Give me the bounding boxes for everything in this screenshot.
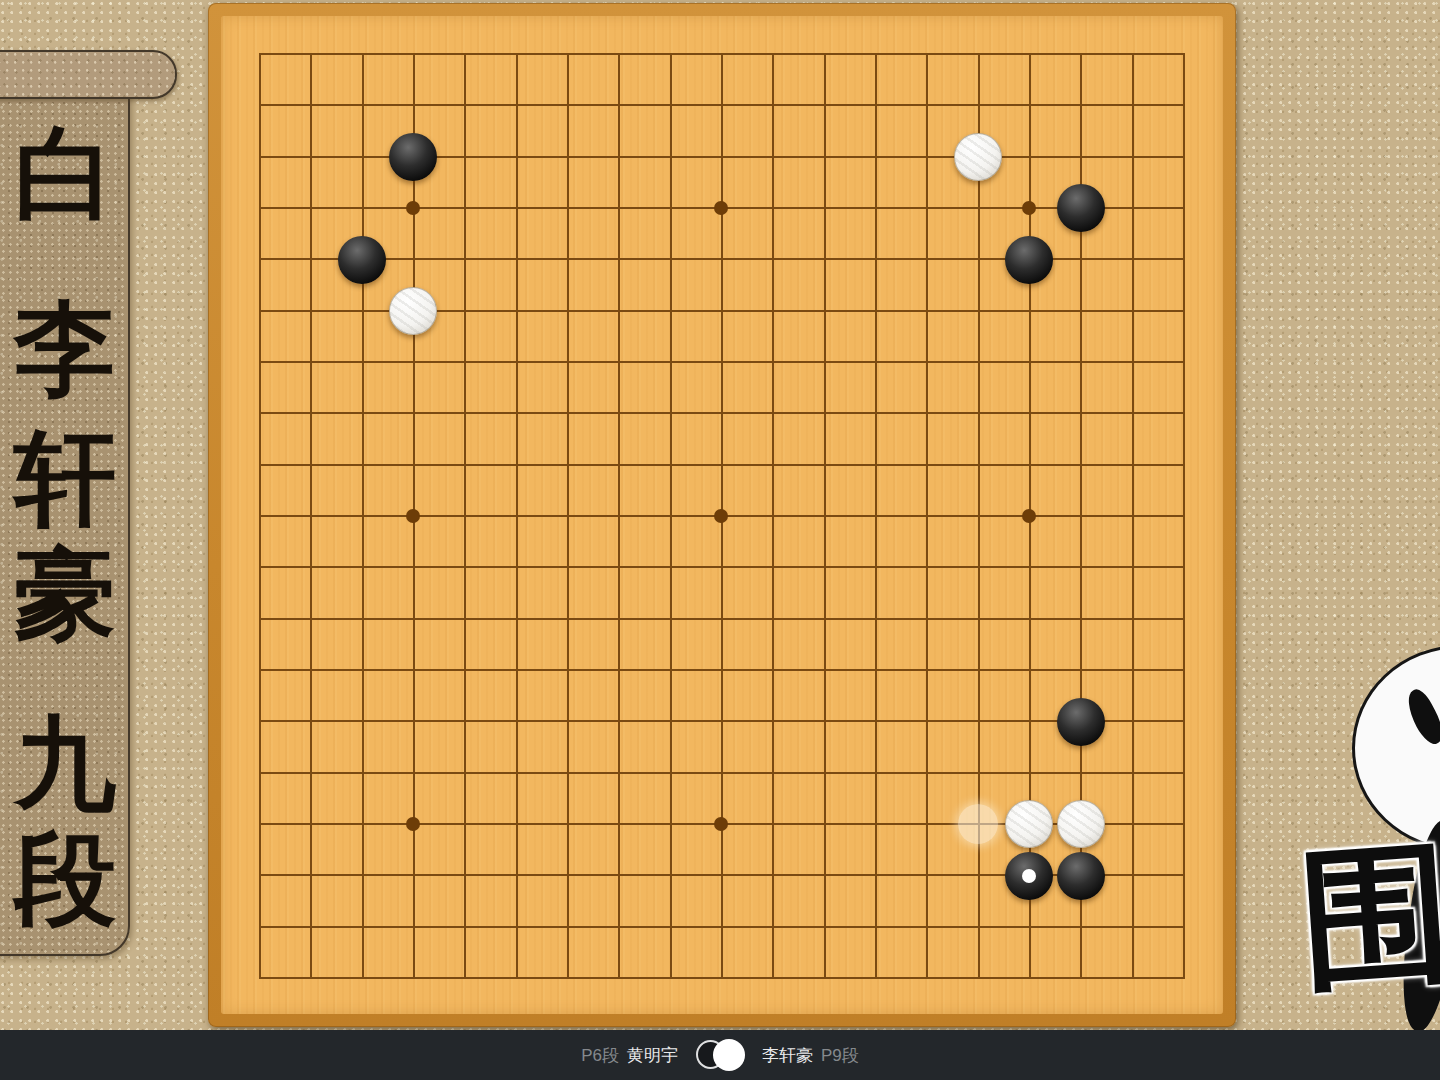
star-point — [406, 201, 420, 215]
stone-D14 — [389, 287, 437, 335]
stone-Q15 — [1005, 236, 1053, 284]
turn-indicator-toggle[interactable] — [694, 1039, 746, 1071]
go-board[interactable] — [208, 3, 1236, 1027]
star-point — [714, 509, 728, 523]
banner-char-name-3: 豪 — [0, 544, 130, 646]
star-point — [1022, 509, 1036, 523]
banner-char-name-2: 轩 — [0, 429, 130, 531]
logo-wei-character: 围 — [1294, 829, 1440, 1006]
app-screen: 白 李 轩 豪 九 段 围 P6段 黄明宇 李轩豪 P9段 — [0, 0, 1440, 1080]
white-player-rank: P9段 — [821, 1044, 859, 1067]
stone-C15 — [338, 236, 386, 284]
stone-D17 — [389, 133, 437, 181]
banner-char-rank-1: 九 — [0, 714, 130, 816]
logo-stone-circle — [1352, 645, 1440, 851]
star-point — [406, 509, 420, 523]
white-player-name: 李轩豪 — [762, 1044, 813, 1067]
star-point — [406, 817, 420, 831]
white-stone-icon — [713, 1039, 745, 1071]
star-point — [1022, 201, 1036, 215]
stone-R16 — [1057, 184, 1105, 232]
black-player-rank: P6段 — [581, 1044, 619, 1067]
last-move-marker — [1022, 869, 1036, 883]
stone-Q3 — [1005, 852, 1053, 900]
board-grid[interactable] — [234, 29, 1209, 1004]
star-point — [714, 201, 728, 215]
banner-char-name-1: 李 — [0, 299, 130, 401]
black-player-name: 黄明宇 — [627, 1044, 678, 1067]
banner-char-white: 白 — [0, 124, 130, 226]
star-point — [714, 817, 728, 831]
ghost-stone-P4 — [958, 804, 998, 844]
stone-Q4 — [1005, 800, 1053, 848]
stone-P17 — [954, 133, 1002, 181]
stone-R6 — [1057, 698, 1105, 746]
banner-char-rank-2: 段 — [0, 829, 130, 931]
scroll-banner-roll — [0, 50, 177, 99]
logo-brush-dot-icon — [1401, 686, 1440, 748]
status-bar: P6段 黄明宇 李轩豪 P9段 — [0, 1030, 1440, 1080]
stone-R3 — [1057, 852, 1105, 900]
board-surface — [221, 16, 1223, 1014]
stone-R4 — [1057, 800, 1105, 848]
